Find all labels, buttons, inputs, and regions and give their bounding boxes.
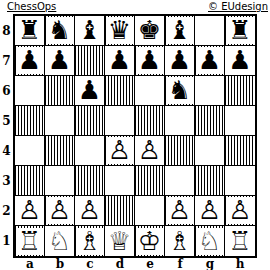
black-knight-f6: ♞ [167,77,193,104]
white-knight-b1: ♘ [47,228,73,255]
black-pawn-d7: ♟ [107,47,133,74]
white-pawn-d4: ♙ [107,137,133,164]
square-g8 [195,16,225,46]
square-d5 [105,106,135,136]
rank-labels: 8 7 6 5 4 3 2 1 [0,16,13,256]
square-g5 [195,106,225,136]
square-f2: ♙ [165,196,195,226]
black-queen-d8: ♛ [107,17,133,44]
square-b7: ♟ [45,46,75,76]
square-f4 [165,136,195,166]
square-f5 [165,106,195,136]
chess-diagram: ChessOps © EUdesign 8 7 6 5 4 3 2 1 ♜♞♝♛… [0,0,270,270]
white-bishop-c1: ♗ [77,228,103,255]
square-g3 [195,166,225,196]
square-b1: ♘ [45,226,75,256]
square-g6 [195,76,225,106]
square-h2: ♙ [225,196,255,226]
square-d7: ♟ [105,46,135,76]
square-h5 [225,106,255,136]
square-f3 [165,166,195,196]
square-b4 [45,136,75,166]
square-c5 [75,106,105,136]
white-pawn-a2: ♙ [17,197,43,224]
chessops-link[interactable]: ChessOps [7,1,56,12]
square-h7: ♟ [225,46,255,76]
square-e2 [135,196,165,226]
white-pawn-g2: ♙ [197,197,223,224]
square-d4: ♙ [105,136,135,166]
square-e6 [135,76,165,106]
square-g2: ♙ [195,196,225,226]
black-pawn-f7: ♟ [167,47,193,74]
square-a5 [15,106,45,136]
white-pawn-b2: ♙ [47,197,73,224]
square-a1: ♖ [15,226,45,256]
square-a3 [15,166,45,196]
square-b8: ♞ [45,16,75,46]
square-c8: ♝ [75,16,105,46]
square-c1: ♗ [75,226,105,256]
file-label-e: e [135,257,165,270]
square-b6 [45,76,75,106]
square-e7: ♟ [135,46,165,76]
file-label-b: b [45,257,75,270]
file-label-d: d [105,257,135,270]
square-d8: ♛ [105,16,135,46]
white-pawn-e4: ♙ [137,137,163,164]
black-pawn-c6: ♟ [77,77,103,104]
rank-label-7: 7 [0,46,13,76]
square-a2: ♙ [15,196,45,226]
square-d6 [105,76,135,106]
square-c7 [75,46,105,76]
square-a4 [15,136,45,166]
square-e1: ♔ [135,226,165,256]
white-pawn-f2: ♙ [167,197,193,224]
board-frame: ♜♞♝♛♚♝♜♟♟♟♟♟♟♟♟♞♙♙♙♙♙♙♙♙♖♘♗♕♔♗♘♖ [13,14,257,258]
square-g1: ♘ [195,226,225,256]
black-pawn-a7: ♟ [17,47,43,74]
header: ChessOps © EUdesign [0,0,270,13]
black-bishop-f8: ♝ [167,17,193,44]
square-c6: ♟ [75,76,105,106]
rank-label-2: 2 [0,196,13,226]
square-e4: ♙ [135,136,165,166]
square-h1: ♖ [225,226,255,256]
black-pawn-g7: ♟ [197,47,223,74]
square-c3 [75,166,105,196]
black-rook-a8: ♜ [17,17,43,44]
white-bishop-f1: ♗ [167,228,193,255]
black-pawn-e7: ♟ [137,47,163,74]
square-f6: ♞ [165,76,195,106]
white-pawn-h2: ♙ [227,197,253,224]
square-a7: ♟ [15,46,45,76]
black-bishop-c8: ♝ [77,17,103,44]
square-b5 [45,106,75,136]
black-knight-b8: ♞ [47,17,73,44]
square-a8: ♜ [15,16,45,46]
square-f8: ♝ [165,16,195,46]
rank-label-4: 4 [0,136,13,166]
white-pawn-c2: ♙ [77,197,103,224]
square-e5 [135,106,165,136]
board: ♜♞♝♛♚♝♜♟♟♟♟♟♟♟♟♞♙♙♙♙♙♙♙♙♖♘♗♕♔♗♘♖ [15,16,255,256]
square-d1: ♕ [105,226,135,256]
white-queen-d1: ♕ [107,228,133,255]
square-e8: ♚ [135,16,165,46]
rank-label-5: 5 [0,106,13,136]
black-pawn-b7: ♟ [47,47,73,74]
file-label-a: a [15,257,45,270]
white-king-e1: ♔ [137,228,163,255]
rank-label-8: 8 [0,16,13,46]
square-h4 [225,136,255,166]
eudesign-credit-link[interactable]: © EUdesign [208,1,268,12]
white-rook-h1: ♖ [227,228,253,255]
file-label-f: f [165,257,195,270]
square-h8: ♜ [225,16,255,46]
black-pawn-h7: ♟ [227,47,253,74]
file-label-g: g [195,257,225,270]
square-h6 [225,76,255,106]
rank-label-6: 6 [0,76,13,106]
square-b3 [45,166,75,196]
square-c2: ♙ [75,196,105,226]
white-rook-a1: ♖ [17,228,43,255]
square-h3 [225,166,255,196]
rank-label-3: 3 [0,166,13,196]
square-g4 [195,136,225,166]
square-f7: ♟ [165,46,195,76]
square-d3 [105,166,135,196]
black-rook-h8: ♜ [227,17,253,44]
square-e3 [135,166,165,196]
file-labels: a b c d e f g h [15,257,255,270]
square-b2: ♙ [45,196,75,226]
rank-label-1: 1 [0,226,13,256]
file-label-c: c [75,257,105,270]
square-d2 [105,196,135,226]
square-a6 [15,76,45,106]
white-knight-g1: ♘ [197,228,223,255]
square-c4 [75,136,105,166]
square-g7: ♟ [195,46,225,76]
square-f1: ♗ [165,226,195,256]
file-label-h: h [225,257,255,270]
black-king-e8: ♚ [137,17,163,44]
